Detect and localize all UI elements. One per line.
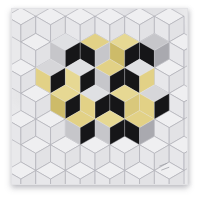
product-photo-background — [0, 0, 200, 200]
art-canvas — [11, 8, 188, 185]
cube-pattern-svg — [12, 9, 187, 184]
